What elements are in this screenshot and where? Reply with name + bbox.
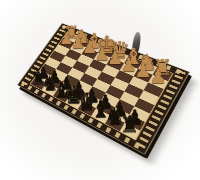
- piece-black-rook[interactable]: ♜: [120, 114, 140, 136]
- chess-set-photo: ♜♞♝♚♛♝♞♜♟♟♟♟♟♟♟♟♟♟♟♟♟♟♟♟♜♞♝♚♛♝♞♜: [0, 0, 200, 180]
- piece-white-pawn[interactable]: ♟: [149, 67, 167, 87]
